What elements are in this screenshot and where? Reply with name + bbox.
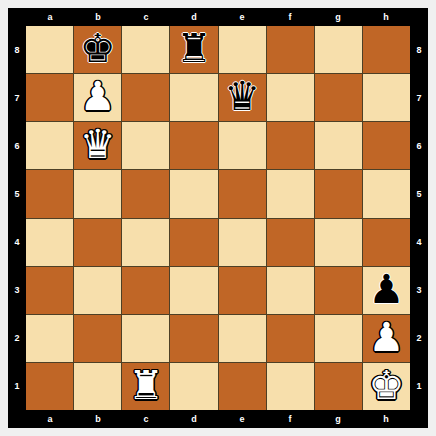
file-label-g: g xyxy=(314,410,362,428)
square-g4[interactable] xyxy=(315,219,362,266)
square-h3[interactable]: ♟ xyxy=(363,267,410,314)
piece-white-pawn[interactable]: ♟ xyxy=(369,317,405,357)
square-h5[interactable] xyxy=(363,170,410,217)
square-a7[interactable] xyxy=(26,74,73,121)
square-f3[interactable] xyxy=(267,267,314,314)
file-label-a: a xyxy=(26,8,74,26)
board-frame: abcdefgh 87654321 ♚♜♟♛♛♟♟♜♚ 87654321 abc… xyxy=(8,8,428,428)
rank-label-3: 3 xyxy=(8,266,26,314)
rank-label-7: 7 xyxy=(410,74,428,122)
rank-label-5: 5 xyxy=(410,170,428,218)
rank-label-8: 8 xyxy=(410,26,428,74)
chess-board: ♚♜♟♛♛♟♟♜♚ xyxy=(26,26,410,410)
square-e6[interactable] xyxy=(219,122,266,169)
square-d1[interactable] xyxy=(170,363,217,410)
file-label-e: e xyxy=(218,410,266,428)
rank-label-6: 6 xyxy=(8,122,26,170)
rank-label-6: 6 xyxy=(410,122,428,170)
square-c1[interactable]: ♜ xyxy=(122,363,169,410)
square-g3[interactable] xyxy=(315,267,362,314)
square-f7[interactable] xyxy=(267,74,314,121)
square-d7[interactable] xyxy=(170,74,217,121)
square-b7[interactable]: ♟ xyxy=(74,74,121,121)
square-f1[interactable] xyxy=(267,363,314,410)
piece-white-king[interactable]: ♚ xyxy=(369,365,405,405)
file-labels-top: abcdefgh xyxy=(26,8,410,26)
file-label-c: c xyxy=(122,8,170,26)
square-g1[interactable] xyxy=(315,363,362,410)
square-f8[interactable] xyxy=(267,26,314,73)
square-h7[interactable] xyxy=(363,74,410,121)
rank-label-2: 2 xyxy=(410,314,428,362)
rank-label-1: 1 xyxy=(410,362,428,410)
square-d5[interactable] xyxy=(170,170,217,217)
file-label-e: e xyxy=(218,8,266,26)
chess-page: abcdefgh 87654321 ♚♜♟♛♛♟♟♜♚ 87654321 abc… xyxy=(0,0,436,436)
square-g2[interactable] xyxy=(315,315,362,362)
square-a1[interactable] xyxy=(26,363,73,410)
file-label-b: b xyxy=(74,410,122,428)
file-label-b: b xyxy=(74,8,122,26)
file-label-d: d xyxy=(170,410,218,428)
piece-black-king[interactable]: ♚ xyxy=(80,28,116,68)
square-d3[interactable] xyxy=(170,267,217,314)
piece-black-rook[interactable]: ♜ xyxy=(176,28,212,68)
square-g8[interactable] xyxy=(315,26,362,73)
square-d6[interactable] xyxy=(170,122,217,169)
square-c4[interactable] xyxy=(122,219,169,266)
square-a2[interactable] xyxy=(26,315,73,362)
frame-corner xyxy=(8,410,26,428)
rank-labels-left: 87654321 xyxy=(8,26,26,410)
file-label-g: g xyxy=(314,8,362,26)
square-f5[interactable] xyxy=(267,170,314,217)
square-b2[interactable] xyxy=(74,315,121,362)
square-e5[interactable] xyxy=(219,170,266,217)
file-label-d: d xyxy=(170,8,218,26)
square-b5[interactable] xyxy=(74,170,121,217)
square-b1[interactable] xyxy=(74,363,121,410)
file-label-h: h xyxy=(362,410,410,428)
piece-black-pawn[interactable]: ♟ xyxy=(369,269,405,309)
square-e2[interactable] xyxy=(219,315,266,362)
square-b4[interactable] xyxy=(74,219,121,266)
piece-white-queen[interactable]: ♛ xyxy=(80,124,116,164)
frame-corner xyxy=(410,8,428,26)
square-a4[interactable] xyxy=(26,219,73,266)
square-e7[interactable]: ♛ xyxy=(219,74,266,121)
square-d4[interactable] xyxy=(170,219,217,266)
square-c2[interactable] xyxy=(122,315,169,362)
rank-label-8: 8 xyxy=(8,26,26,74)
square-h4[interactable] xyxy=(363,219,410,266)
square-g7[interactable] xyxy=(315,74,362,121)
piece-white-rook[interactable]: ♜ xyxy=(128,365,164,405)
square-h2[interactable]: ♟ xyxy=(363,315,410,362)
square-b8[interactable]: ♚ xyxy=(74,26,121,73)
square-h6[interactable] xyxy=(363,122,410,169)
file-label-f: f xyxy=(266,8,314,26)
file-label-a: a xyxy=(26,410,74,428)
square-c3[interactable] xyxy=(122,267,169,314)
square-f6[interactable] xyxy=(267,122,314,169)
square-e4[interactable] xyxy=(219,219,266,266)
square-c5[interactable] xyxy=(122,170,169,217)
square-e1[interactable] xyxy=(219,363,266,410)
rank-label-1: 1 xyxy=(8,362,26,410)
square-g6[interactable] xyxy=(315,122,362,169)
file-label-c: c xyxy=(122,410,170,428)
square-d8[interactable]: ♜ xyxy=(170,26,217,73)
frame-corner xyxy=(8,8,26,26)
piece-black-queen[interactable]: ♛ xyxy=(224,76,260,116)
square-h8[interactable] xyxy=(363,26,410,73)
square-c6[interactable] xyxy=(122,122,169,169)
square-h1[interactable]: ♚ xyxy=(363,363,410,410)
square-f4[interactable] xyxy=(267,219,314,266)
rank-label-3: 3 xyxy=(410,266,428,314)
square-g5[interactable] xyxy=(315,170,362,217)
square-e3[interactable] xyxy=(219,267,266,314)
rank-label-4: 4 xyxy=(410,218,428,266)
square-c8[interactable] xyxy=(122,26,169,73)
file-labels-bottom: abcdefgh xyxy=(26,410,410,428)
square-e8[interactable] xyxy=(219,26,266,73)
file-label-h: h xyxy=(362,8,410,26)
square-d2[interactable] xyxy=(170,315,217,362)
rank-label-2: 2 xyxy=(8,314,26,362)
square-a6[interactable] xyxy=(26,122,73,169)
square-f2[interactable] xyxy=(267,315,314,362)
rank-label-4: 4 xyxy=(8,218,26,266)
file-label-f: f xyxy=(266,410,314,428)
rank-label-5: 5 xyxy=(8,170,26,218)
rank-labels-right: 87654321 xyxy=(410,26,428,410)
square-a8[interactable] xyxy=(26,26,73,73)
rank-label-7: 7 xyxy=(8,74,26,122)
square-b3[interactable] xyxy=(74,267,121,314)
piece-white-pawn[interactable]: ♟ xyxy=(80,76,116,116)
square-c7[interactable] xyxy=(122,74,169,121)
square-a3[interactable] xyxy=(26,267,73,314)
square-b6[interactable]: ♛ xyxy=(74,122,121,169)
frame-corner xyxy=(410,410,428,428)
square-a5[interactable] xyxy=(26,170,73,217)
